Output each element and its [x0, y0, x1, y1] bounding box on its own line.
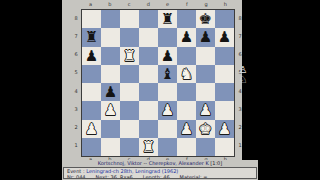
- square-f7[interactable]: ♟: [177, 28, 196, 46]
- square-f5[interactable]: ♞: [177, 65, 196, 83]
- square-a3[interactable]: [82, 101, 101, 119]
- coord-label: d: [139, 2, 158, 7]
- square-e5[interactable]: ♝: [158, 65, 177, 83]
- square-d6[interactable]: [139, 47, 158, 65]
- coord-label: 7: [236, 27, 244, 45]
- square-b8[interactable]: [101, 10, 120, 28]
- coord-label: f: [177, 2, 196, 7]
- white-pawn-e3: ♟: [161, 101, 174, 119]
- square-b2[interactable]: [101, 120, 120, 138]
- coord-label: 7: [72, 27, 80, 45]
- next-label: Next:: [96, 174, 111, 179]
- square-e2[interactable]: [158, 120, 177, 138]
- black-pawn-f7: ♟: [180, 28, 193, 46]
- square-a5[interactable]: [82, 65, 101, 83]
- square-g2[interactable]: ♚: [196, 120, 215, 138]
- white-player-name: Kortschnoj, Viktor: [98, 160, 142, 166]
- coord-label: c: [120, 2, 139, 7]
- coord-label: 1: [236, 137, 244, 155]
- coord-label: 1: [72, 137, 80, 155]
- file-labels-top: abcdefgh: [81, 2, 235, 7]
- material-label: Material:: [180, 174, 204, 179]
- coord-label: 8: [236, 9, 244, 27]
- white-knight-f5: ♞: [180, 65, 193, 83]
- chess-board: ♜♚♜♟♟♟♟♜♟♝♞♟♟♟♟♟♟♚♟♜: [81, 9, 235, 157]
- square-g1[interactable]: [196, 138, 215, 156]
- square-g5[interactable]: [196, 65, 215, 83]
- square-a4[interactable]: [82, 83, 101, 101]
- square-g3[interactable]: ♟: [196, 101, 215, 119]
- square-c1[interactable]: [120, 138, 139, 156]
- coord-label: 5: [72, 64, 80, 82]
- white-rook-d1: ♜: [142, 138, 155, 156]
- white-rook-c6: ♜: [123, 47, 136, 65]
- black-rook-a7: ♜: [85, 28, 98, 46]
- square-f2[interactable]: ♟: [177, 120, 196, 138]
- square-b5[interactable]: [101, 65, 120, 83]
- nr-label: Nr:: [67, 174, 76, 179]
- coord-label: 4: [72, 82, 80, 100]
- square-c6[interactable]: ♜: [120, 47, 139, 65]
- coord-label: 3: [236, 100, 244, 118]
- square-c5[interactable]: [120, 65, 139, 83]
- square-h2[interactable]: ♟: [215, 120, 234, 138]
- coord-label: a: [81, 2, 100, 7]
- square-c7[interactable]: [120, 28, 139, 46]
- square-d1[interactable]: ♜: [139, 138, 158, 156]
- material-value: =: [203, 174, 207, 179]
- knight-icon: ♘: [239, 75, 248, 85]
- coord-label: 6: [236, 46, 244, 64]
- white-pawn-h2: ♟: [218, 120, 231, 138]
- square-c2[interactable]: [120, 120, 139, 138]
- square-h5[interactable]: [215, 65, 234, 83]
- square-d7[interactable]: [139, 28, 158, 46]
- square-h3[interactable]: [215, 101, 234, 119]
- square-a2[interactable]: ♟: [82, 120, 101, 138]
- next-value: 36. Rxa6: [110, 174, 132, 179]
- square-g4[interactable]: [196, 83, 215, 101]
- white-pawn-g3: ♟: [199, 101, 212, 119]
- square-e6[interactable]: ♟: [158, 47, 177, 65]
- square-f8[interactable]: [177, 10, 196, 28]
- video-frame: { "game": "chess", "position": { "fen": …: [0, 0, 320, 180]
- square-c4[interactable]: [120, 83, 139, 101]
- game-result: [1:0]: [209, 160, 223, 166]
- square-b4[interactable]: ♟: [101, 83, 120, 101]
- coord-label: 8: [72, 9, 80, 27]
- game-info-footer: Kortschnoj, Viktor -- Cherepkov, Alexand…: [62, 160, 258, 180]
- square-a8[interactable]: [82, 10, 101, 28]
- square-h7[interactable]: ♟: [215, 28, 234, 46]
- square-f6[interactable]: [177, 47, 196, 65]
- coord-label: h: [216, 2, 235, 7]
- white-pawn-b3: ♟: [104, 101, 117, 119]
- square-d3[interactable]: [139, 101, 158, 119]
- coord-label: 2: [236, 119, 244, 137]
- square-d5[interactable]: [139, 65, 158, 83]
- nr-value: 044: [76, 174, 86, 179]
- square-d2[interactable]: [139, 120, 158, 138]
- square-g7[interactable]: ♟: [196, 28, 215, 46]
- square-b7[interactable]: [101, 28, 120, 46]
- square-f4[interactable]: [177, 83, 196, 101]
- square-g6[interactable]: [196, 47, 215, 65]
- square-f1[interactable]: [177, 138, 196, 156]
- rank-labels-left: 87654321: [72, 9, 80, 155]
- length-value: 46: [163, 174, 169, 179]
- square-c8[interactable]: [120, 10, 139, 28]
- square-b3[interactable]: ♟: [101, 101, 120, 119]
- coord-label: 3: [72, 100, 80, 118]
- players-separator: --: [142, 160, 149, 166]
- black-pawn-g7: ♟: [199, 28, 212, 46]
- white-pawn-a2: ♟: [85, 120, 98, 138]
- square-h6[interactable]: [215, 47, 234, 65]
- coord-label: 6: [72, 46, 80, 64]
- square-g8[interactable]: ♚: [196, 10, 215, 28]
- square-e3[interactable]: ♟: [158, 101, 177, 119]
- black-rook-e8: ♜: [161, 10, 174, 28]
- square-a6[interactable]: ♟: [82, 47, 101, 65]
- square-c3[interactable]: [120, 101, 139, 119]
- coord-label: b: [100, 2, 119, 7]
- square-h8[interactable]: [215, 10, 234, 28]
- white-pawn-f2: ♟: [180, 120, 193, 138]
- white-king-g2: ♚: [199, 120, 212, 138]
- square-e8[interactable]: ♜: [158, 10, 177, 28]
- players-line: Kortschnoj, Viktor -- Cherepkov, Alexand…: [62, 161, 258, 167]
- black-pawn-h7: ♟: [218, 28, 231, 46]
- square-e1[interactable]: [158, 138, 177, 156]
- square-b1[interactable]: [101, 138, 120, 156]
- square-d4[interactable]: [139, 83, 158, 101]
- game-details-box: Event : Leningrad-ch 28th, Leningrad (19…: [63, 167, 257, 180]
- material-indicator: ♙♘: [236, 65, 250, 85]
- black-pawn-b4: ♟: [104, 83, 117, 101]
- square-d8[interactable]: [139, 10, 158, 28]
- black-bishop-e5: ♝: [161, 65, 174, 83]
- coord-label: e: [158, 2, 177, 7]
- square-e7[interactable]: [158, 28, 177, 46]
- black-pawn-a6: ♟: [85, 47, 98, 65]
- coord-label: g: [197, 2, 216, 7]
- length-label: Length:: [143, 174, 164, 179]
- square-a1[interactable]: [82, 138, 101, 156]
- black-king-g8: ♚: [199, 10, 212, 28]
- square-h4[interactable]: [215, 83, 234, 101]
- square-a7[interactable]: ♜: [82, 28, 101, 46]
- black-pawn-e6: ♟: [161, 47, 174, 65]
- square-h1[interactable]: [215, 138, 234, 156]
- square-b6[interactable]: [101, 47, 120, 65]
- stats-line: Nr: 044Next: 36. Rxa6Length: 46Material:…: [67, 174, 253, 179]
- board-panel: abcdefgh abcdefgh 87654321 87654321 ♜♚♜♟…: [62, 0, 242, 162]
- square-f3[interactable]: [177, 101, 196, 119]
- square-e4[interactable]: [158, 83, 177, 101]
- coord-label: 2: [72, 119, 80, 137]
- black-player-name: Cherepkov, Alexander K: [149, 160, 209, 166]
